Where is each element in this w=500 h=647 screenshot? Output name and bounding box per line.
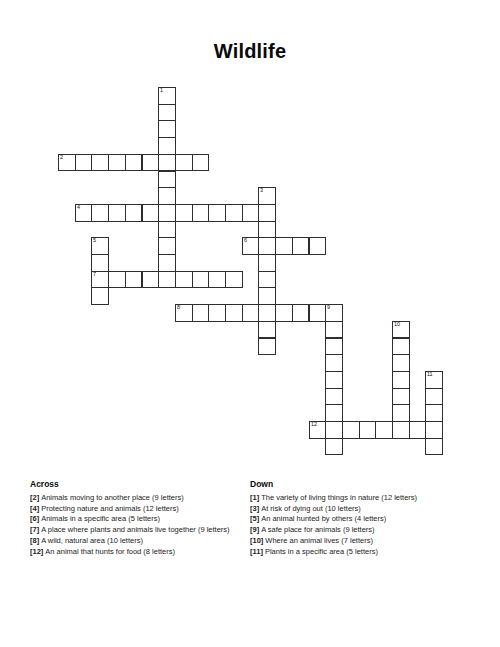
clue-number-8: 8 (177, 305, 180, 310)
grid-cell-r7c5[interactable] (142, 204, 160, 222)
grid-cell-r4c2[interactable] (91, 154, 109, 172)
grid-cell-r20c18[interactable] (359, 421, 377, 439)
clue-text: Where an animal lives (7 letters) (265, 536, 373, 545)
grid-cell-r7c1[interactable]: 4 (75, 204, 93, 222)
down-clues-column: Down [1]The variety of living things in … (250, 479, 417, 557)
clue-label: [12] (30, 547, 43, 556)
clue-number-2: 2 (60, 155, 63, 160)
grid-cell-r20c20[interactable] (392, 421, 410, 439)
grid-cell-r13c15[interactable] (309, 304, 327, 322)
clue-label: [8] (30, 536, 39, 545)
clue-number-9: 9 (327, 305, 330, 310)
grid-cell-r19c16[interactable] (325, 404, 343, 422)
clue-number-7: 7 (93, 272, 96, 277)
clue-number-12: 12 (311, 422, 317, 427)
clue-across-2: [2]Animals moving to another place (9 le… (30, 493, 230, 504)
clue-number-4: 4 (77, 205, 80, 210)
grid-cell-r2c6[interactable] (158, 120, 176, 138)
grid-cell-r15c16[interactable] (325, 338, 343, 356)
grid-cell-r10c2[interactable] (91, 254, 109, 272)
grid-cell-r6c6[interactable] (158, 187, 176, 205)
grid-cell-r10c12[interactable] (258, 254, 276, 272)
clue-label: [5] (250, 514, 259, 523)
clue-number-10: 10 (394, 322, 400, 327)
across-header: Across (30, 479, 230, 490)
grid-cell-r19c20[interactable] (392, 404, 410, 422)
clue-label: [1] (250, 493, 259, 502)
grid-cell-r13c11[interactable] (242, 304, 260, 322)
grid-cell-r9c15[interactable] (309, 237, 327, 255)
puzzle-title: Wildlife (0, 41, 500, 62)
grid-cell-r20c19[interactable] (375, 421, 393, 439)
clue-across-12: [12]An animal that hunts for food (8 let… (30, 547, 230, 558)
clue-label: [7] (30, 525, 39, 534)
clue-text: At risk of dying out (10 letters) (261, 504, 361, 513)
clue-text: An animal hunted by others (4 letters) (261, 514, 386, 523)
grid-cell-r7c6[interactable] (158, 204, 176, 222)
grid-cell-r8c12[interactable] (258, 221, 276, 239)
grid-cell-r7c4[interactable] (125, 204, 143, 222)
grid-cell-r11c4[interactable] (125, 271, 143, 289)
clue-text: Animals moving to another place (9 lette… (41, 493, 184, 502)
clue-label: [6] (30, 514, 39, 523)
clue-label: [4] (30, 504, 39, 513)
grid-cell-r13c13[interactable] (275, 304, 293, 322)
grid-cell-r4c7[interactable] (175, 154, 193, 172)
grid-cell-r11c6[interactable] (158, 271, 176, 289)
grid-cell-r18c22[interactable] (425, 388, 443, 406)
clue-down-5: [5]An animal hunted by others (4 letters… (250, 514, 417, 525)
grid-cell-r11c8[interactable] (192, 271, 210, 289)
grid-cell-r13c14[interactable] (292, 304, 310, 322)
grid-cell-r19c22[interactable] (425, 404, 443, 422)
grid-cell-r13c8[interactable] (192, 304, 210, 322)
grid-cell-r7c8[interactable] (192, 204, 210, 222)
grid-cell-r4c8[interactable] (192, 154, 210, 172)
grid-cell-r11c7[interactable] (175, 271, 193, 289)
grid-cell-r9c12[interactable] (258, 237, 276, 255)
clue-text: Protecting nature and animals (12 letter… (41, 504, 179, 513)
clue-text: Animals in a specific area (5 letters) (41, 514, 160, 523)
clue-label: [10] (250, 536, 263, 545)
grid-cell-r14c12[interactable] (258, 321, 276, 339)
grid-cell-r17c16[interactable] (325, 371, 343, 389)
clue-across-6: [6]Animals in a specific area (5 letters… (30, 514, 230, 525)
clue-text: A wild, natural area (10 letters) (41, 536, 143, 545)
clue-text: A place where plants and animals live to… (41, 525, 229, 534)
grid-cell-r9c14[interactable] (292, 237, 310, 255)
clue-down-11: [11]Plants in a specific area (5 letters… (250, 547, 417, 558)
grid-cell-r17c22[interactable]: 11 (425, 371, 443, 389)
grid-cell-r12c2[interactable] (91, 287, 109, 305)
grid-cell-r21c22[interactable] (425, 438, 443, 456)
grid-cell-r13c10[interactable] (225, 304, 243, 322)
grid-cell-r13c12[interactable] (258, 304, 276, 322)
grid-cell-r4c6[interactable] (158, 154, 176, 172)
grid-cell-r7c11[interactable] (242, 204, 260, 222)
grid-cell-r13c7[interactable]: 8 (175, 304, 193, 322)
clue-text: An animal that hunts for food (8 letters… (45, 547, 175, 556)
clue-across-8: [8]A wild, natural area (10 letters) (30, 536, 230, 547)
grid-cell-r21c16[interactable] (325, 438, 343, 456)
grid-cell-r20c17[interactable] (342, 421, 360, 439)
grid-cell-r7c10[interactable] (225, 204, 243, 222)
grid-cell-r4c1[interactable] (75, 154, 93, 172)
grid-cell-r16c16[interactable] (325, 354, 343, 372)
grid-cell-r18c20[interactable] (392, 388, 410, 406)
clue-number-3: 3 (260, 188, 263, 193)
grid-cell-r14c16[interactable] (325, 321, 343, 339)
clue-down-1: [1]The variety of living things in natur… (250, 493, 417, 504)
clue-text: The variety of living things in nature (… (261, 493, 417, 502)
grid-cell-r0c6[interactable]: 1 (158, 87, 176, 105)
clue-number-1: 1 (160, 88, 163, 93)
grid-cell-r4c3[interactable] (108, 154, 126, 172)
grid-cell-r15c20[interactable] (392, 338, 410, 356)
grid-cell-r9c13[interactable] (275, 237, 293, 255)
grid-cell-r7c12[interactable] (258, 204, 276, 222)
down-clue-list: [1]The variety of living things in natur… (250, 493, 417, 557)
clue-label: [2] (30, 493, 39, 502)
grid-cell-r7c7[interactable] (175, 204, 193, 222)
grid-cell-r20c16[interactable] (325, 421, 343, 439)
grid-cell-r20c21[interactable] (409, 421, 427, 439)
grid-cell-r20c22[interactable] (425, 421, 443, 439)
grid-cell-r17c20[interactable] (392, 371, 410, 389)
grid-cell-r6c12[interactable]: 3 (258, 187, 276, 205)
clue-across-7: [7]A place where plants and animals live… (30, 525, 230, 536)
grid-cell-r4c4[interactable] (125, 154, 143, 172)
clue-number-11: 11 (427, 372, 433, 377)
grid-cell-r11c9[interactable] (208, 271, 226, 289)
grid-cell-r9c2[interactable]: 5 (91, 237, 109, 255)
grid-cell-r4c5[interactable] (142, 154, 160, 172)
grid-cell-r7c2[interactable] (91, 204, 109, 222)
clue-across-4: [4]Protecting nature and animals (12 let… (30, 504, 230, 515)
grid-cell-r9c11[interactable]: 6 (242, 237, 260, 255)
grid-cell-r8c6[interactable] (158, 221, 176, 239)
grid-cell-r13c9[interactable] (208, 304, 226, 322)
grid-cell-r7c9[interactable] (208, 204, 226, 222)
crossword-grid: 123456789101112 (58, 87, 444, 456)
grid-cell-r11c2[interactable]: 7 (91, 271, 109, 289)
grid-cell-r10c6[interactable] (158, 254, 176, 272)
clue-down-3: [3]At risk of dying out (10 letters) (250, 504, 417, 515)
clue-number-6: 6 (244, 238, 247, 243)
grid-cell-r5c6[interactable] (158, 171, 176, 189)
grid-cell-r12c12[interactable] (258, 287, 276, 305)
clue-down-9: [9]A safe place for animals (9 letters) (250, 525, 417, 536)
grid-cell-r14c20[interactable]: 10 (392, 321, 410, 339)
grid-cell-r11c3[interactable] (108, 271, 126, 289)
grid-cell-r11c10[interactable] (225, 271, 243, 289)
clue-label: [3] (250, 504, 259, 513)
grid-cell-r18c16[interactable] (325, 388, 343, 406)
down-header: Down (250, 479, 417, 490)
grid-cell-r20c15[interactable]: 12 (309, 421, 327, 439)
grid-cell-r1c6[interactable] (158, 104, 176, 122)
grid-cell-r13c16[interactable]: 9 (325, 304, 343, 322)
crossword-page: Wildlife 123456789101112 Across [2]Anima… (0, 0, 500, 647)
grid-cell-r11c12[interactable] (258, 271, 276, 289)
clue-text: A safe place for animals (9 letters) (261, 525, 374, 534)
clue-down-10: [10]Where an animal lives (7 letters) (250, 536, 417, 547)
grid-cell-r9c6[interactable] (158, 237, 176, 255)
grid-cell-r4c0[interactable]: 2 (58, 154, 76, 172)
grid-cell-r11c5[interactable] (142, 271, 160, 289)
clue-label: [11] (250, 547, 263, 556)
across-clues-column: Across [2]Animals moving to another plac… (30, 479, 230, 557)
grid-cell-r15c12[interactable] (258, 338, 276, 356)
grid-cell-r3c6[interactable] (158, 137, 176, 155)
clue-text: Plants in a specific area (5 letters) (265, 547, 378, 556)
clue-label: [9] (250, 525, 259, 534)
grid-cell-r7c3[interactable] (108, 204, 126, 222)
grid-cell-r16c20[interactable] (392, 354, 410, 372)
clue-number-5: 5 (93, 238, 96, 243)
across-clue-list: [2]Animals moving to another place (9 le… (30, 493, 230, 557)
